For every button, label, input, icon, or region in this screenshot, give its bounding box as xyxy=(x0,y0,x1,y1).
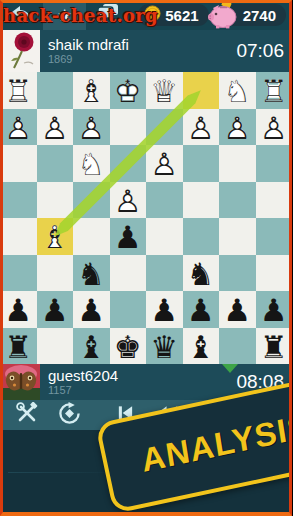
black-pawn-piece: ♟ xyxy=(110,218,147,255)
black-pawn-piece: ♟ xyxy=(256,291,293,328)
square-d8[interactable]: ♛ xyxy=(146,328,183,365)
square-f3[interactable]: ♞♘ xyxy=(73,145,110,182)
square-f6[interactable]: ♞ xyxy=(73,255,110,292)
black-knight-piece: ♞ xyxy=(183,255,220,292)
square-c7[interactable]: ♟ xyxy=(183,291,220,328)
opponent-rating: 1869 xyxy=(48,53,129,65)
square-f1[interactable]: ♝♗ xyxy=(73,72,110,109)
square-a4[interactable] xyxy=(256,182,293,219)
square-b8[interactable] xyxy=(219,328,256,365)
watermark: hack-cheat.org xyxy=(3,5,158,26)
flip-board-button[interactable] xyxy=(56,402,82,428)
white-pawn-piece: ♟♙ xyxy=(37,109,74,146)
player-avatar[interactable] xyxy=(2,364,40,400)
square-f2[interactable]: ♟♙ xyxy=(73,109,110,146)
white-knight-piece: ♞♘ xyxy=(219,72,256,109)
square-c4[interactable] xyxy=(183,182,220,219)
square-c6[interactable]: ♞ xyxy=(183,255,220,292)
black-pawn-piece: ♟ xyxy=(219,291,256,328)
square-a3[interactable] xyxy=(256,145,293,182)
square-e6[interactable] xyxy=(110,255,147,292)
square-c8[interactable]: ♝ xyxy=(183,328,220,365)
black-rook-piece: ♜ xyxy=(0,328,37,365)
square-d4[interactable] xyxy=(146,182,183,219)
divider xyxy=(8,472,118,473)
square-a7[interactable]: ♟ xyxy=(256,291,293,328)
white-pawn-piece: ♟♙ xyxy=(73,109,110,146)
square-a2[interactable]: ♟♙ xyxy=(256,109,293,146)
square-a5[interactable] xyxy=(256,218,293,255)
square-d5[interactable] xyxy=(146,218,183,255)
player-rating: 1157 xyxy=(48,384,118,396)
opponent-avatar[interactable] xyxy=(2,30,40,72)
square-h7[interactable]: ♟ xyxy=(0,291,37,328)
player-name: guest6204 xyxy=(48,368,118,385)
square-b5[interactable] xyxy=(219,218,256,255)
white-pawn-piece: ♟♙ xyxy=(219,109,256,146)
square-e4[interactable]: ♟♙ xyxy=(110,182,147,219)
square-g3[interactable] xyxy=(37,145,74,182)
tools-button[interactable] xyxy=(14,402,40,428)
square-e2[interactable] xyxy=(110,109,147,146)
flip-board-icon xyxy=(58,402,81,429)
black-pawn-piece: ♟ xyxy=(73,291,110,328)
square-g1[interactable] xyxy=(37,72,74,109)
square-d3[interactable]: ♟♙ xyxy=(146,145,183,182)
square-b2[interactable]: ♟♙ xyxy=(219,109,256,146)
white-pawn-piece: ♟♙ xyxy=(110,182,147,219)
square-b1[interactable]: ♞♘ xyxy=(219,72,256,109)
square-d6[interactable] xyxy=(146,255,183,292)
square-g4[interactable] xyxy=(37,182,74,219)
white-knight-piece: ♞♘ xyxy=(73,145,110,182)
piggy-bank-balance[interactable]: 2740 xyxy=(223,4,286,26)
square-b4[interactable] xyxy=(219,182,256,219)
square-a8[interactable]: ♜ xyxy=(256,328,293,365)
square-h8[interactable]: ♜ xyxy=(0,328,37,365)
white-pawn-piece: ♟♙ xyxy=(183,109,220,146)
chess-board[interactable]: ♜♖♝♗♚♔♛♕♞♘♜♖♟♙♟♙♟♙♟♙♟♙♟♙♞♘♟♙♟♙♝♗♟♞♞♟♟♟♟♟… xyxy=(0,72,292,364)
square-c3[interactable] xyxy=(183,145,220,182)
square-h6[interactable] xyxy=(0,255,37,292)
black-pawn-piece: ♟ xyxy=(146,291,183,328)
app-screen: ★ 5621 xyxy=(0,0,292,516)
white-rook-piece: ♜♖ xyxy=(256,72,293,109)
square-h1[interactable]: ♜♖ xyxy=(0,72,37,109)
black-knight-piece: ♞ xyxy=(73,255,110,292)
square-e7[interactable] xyxy=(110,291,147,328)
white-queen-piece: ♛♕ xyxy=(146,72,183,109)
black-pawn-piece: ♟ xyxy=(0,291,37,328)
square-g8[interactable] xyxy=(37,328,74,365)
square-d1[interactable]: ♛♕ xyxy=(146,72,183,109)
square-c1[interactable] xyxy=(183,72,220,109)
white-pawn-piece: ♟♙ xyxy=(146,145,183,182)
square-a6[interactable] xyxy=(256,255,293,292)
black-pawn-piece: ♟ xyxy=(37,291,74,328)
square-e5[interactable]: ♟ xyxy=(110,218,147,255)
white-king-piece: ♚♔ xyxy=(110,72,147,109)
square-e8[interactable]: ♚ xyxy=(110,328,147,365)
square-d7[interactable]: ♟ xyxy=(146,291,183,328)
opponent-name: shaik mdrafi xyxy=(48,37,129,54)
square-e1[interactable]: ♚♔ xyxy=(110,72,147,109)
square-g5[interactable]: ♝♗ xyxy=(37,218,74,255)
square-g7[interactable]: ♟ xyxy=(37,291,74,328)
square-b6[interactable] xyxy=(219,255,256,292)
square-e3[interactable] xyxy=(110,145,147,182)
square-b7[interactable]: ♟ xyxy=(219,291,256,328)
square-c5[interactable] xyxy=(183,218,220,255)
white-bishop-piece: ♝♗ xyxy=(37,218,74,255)
square-g6[interactable] xyxy=(37,255,74,292)
black-bishop-piece: ♝ xyxy=(73,328,110,365)
black-queen-piece: ♛ xyxy=(146,328,183,365)
square-h5[interactable] xyxy=(0,218,37,255)
square-f7[interactable]: ♟ xyxy=(73,291,110,328)
black-bishop-piece: ♝ xyxy=(183,328,220,365)
analysis-banner-label: ANALYSIS xyxy=(139,407,292,480)
square-c2[interactable]: ♟♙ xyxy=(183,109,220,146)
square-a1[interactable]: ♜♖ xyxy=(256,72,293,109)
square-f8[interactable]: ♝ xyxy=(73,328,110,365)
black-pawn-piece: ♟ xyxy=(183,291,220,328)
square-h3[interactable] xyxy=(0,145,37,182)
black-rook-piece: ♜ xyxy=(256,328,293,365)
black-king-piece: ♚ xyxy=(110,328,147,365)
square-h4[interactable] xyxy=(0,182,37,219)
tools-icon xyxy=(15,402,39,428)
square-h2[interactable]: ♟♙ xyxy=(0,109,37,146)
square-d2[interactable] xyxy=(146,109,183,146)
square-b3[interactable] xyxy=(219,145,256,182)
white-pawn-piece: ♟♙ xyxy=(0,109,37,146)
turn-indicator xyxy=(222,364,238,373)
white-pawn-piece: ♟♙ xyxy=(256,109,293,146)
coins-value: 5621 xyxy=(165,7,198,24)
piggy-bank-icon xyxy=(207,1,239,32)
white-bishop-piece: ♝♗ xyxy=(73,72,110,109)
square-f5[interactable] xyxy=(73,218,110,255)
square-f4[interactable] xyxy=(73,182,110,219)
square-g2[interactable]: ♟♙ xyxy=(37,109,74,146)
white-rook-piece: ♜♖ xyxy=(0,72,37,109)
opponent-clock: 07:06 xyxy=(236,40,284,62)
opponent-bar: shaik mdrafi 1869 07:06 xyxy=(0,30,292,72)
piggy-value: 2740 xyxy=(243,7,276,24)
